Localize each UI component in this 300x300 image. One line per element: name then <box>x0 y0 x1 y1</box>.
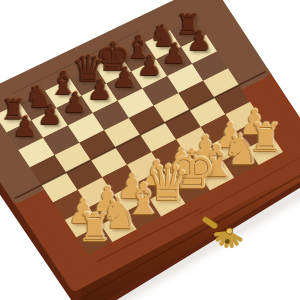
piece-black-pawn[interactable]: ♟ <box>112 64 137 92</box>
piece-white-rook[interactable]: ♜ <box>77 208 112 247</box>
piece-black-pawn[interactable]: ♟ <box>13 113 38 141</box>
piece-black-pawn[interactable]: ♟ <box>37 101 62 129</box>
pieces-layer: ♜♞♝♛♚♝♞♜♟♟♟♟♟♟♟♟♟♟♟♟♟♟♟♟♜♞♝♛♚♝♞♜ <box>0 0 300 300</box>
piece-black-pawn[interactable]: ♟ <box>187 27 212 55</box>
piece-black-pawn[interactable]: ♟ <box>137 52 162 80</box>
piece-black-pawn[interactable]: ♟ <box>87 76 112 104</box>
chess-set-photo: ♜♞♝♛♚♝♞♜♟♟♟♟♟♟♟♟♟♟♟♟♟♟♟♟♜♞♝♛♚♝♞♜ <box>0 0 300 300</box>
piece-black-pawn[interactable]: ♟ <box>162 40 187 68</box>
piece-black-pawn[interactable]: ♟ <box>62 89 87 117</box>
